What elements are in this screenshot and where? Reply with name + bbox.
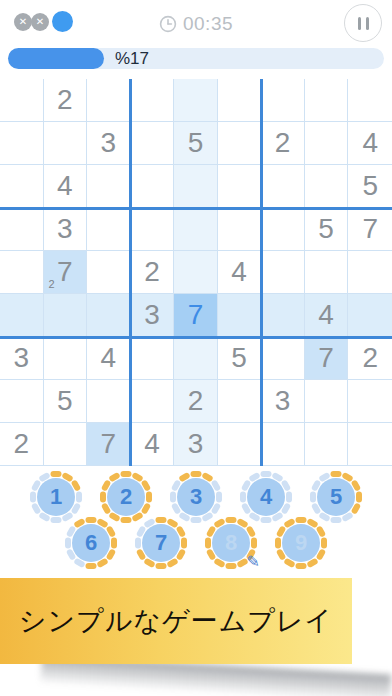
ring-segment [135,538,141,549]
sudoku-cell-r3c6[interactable] [218,165,262,208]
sudoku-cell-r6c2[interactable] [44,294,88,337]
progress-label: %17 [115,49,149,69]
cell-digit: 5 [231,342,247,374]
progress-bar: %17 [8,48,384,69]
number-button-circle: 4 [247,478,285,516]
sudoku-cell-r5c6[interactable]: 4 [218,251,262,294]
sudoku-cell-r6c4[interactable]: 3 [131,294,175,337]
sudoku-cell-r3c8[interactable] [305,165,349,208]
number-button-circle: 6 [72,524,110,562]
ring-segment [275,538,281,549]
sudoku-cell-r9c4[interactable]: 4 [131,423,175,466]
ring-segment [65,538,71,549]
sudoku-cell-r1c8[interactable] [305,79,349,122]
sudoku-cell-r7c3[interactable]: 4 [87,337,131,380]
ring-segment [226,517,237,523]
sudoku-cell-r9c2[interactable] [44,423,88,466]
number-button-label: 8 [225,530,237,556]
sudoku-grid: 23524453577224374345725232743 [0,79,392,466]
sudoku-cell-r8c6[interactable] [218,380,262,423]
number-button-3[interactable]: 3 [170,471,222,523]
sudoku-cell-r1c7[interactable] [261,79,305,122]
cell-digit: 3 [275,385,291,417]
number-button-label: 2 [120,484,132,510]
sudoku-cell-r8c2[interactable]: 5 [44,380,88,423]
pencil-mark: 2 [49,278,55,290]
ring-segment [30,492,36,503]
ring-segment [261,517,272,523]
cell-digit: 2 [144,256,160,288]
number-button-8[interactable]: 8✎ [205,517,257,569]
sudoku-cell-r4c9[interactable]: 7 [348,208,392,251]
timer-group: 00:35 [0,13,392,35]
ring-segment [191,517,202,523]
number-pad-row-2: 678✎9 [0,517,392,569]
number-button-circle: 9 [282,524,320,562]
sudoku-cell-r2c4[interactable] [131,122,175,165]
sudoku-cell-r6c8[interactable]: 4 [305,294,349,337]
sudoku-cell-r6c9[interactable] [348,294,392,337]
number-button-9[interactable]: 9 [275,517,327,569]
box-separator-vertical [260,79,263,466]
ring-segment [121,471,132,477]
cell-digit: 2 [188,385,204,417]
sudoku-cell-r9c8[interactable] [305,423,349,466]
sudoku-cell-r7c9[interactable]: 2 [348,337,392,380]
ring-segment [251,538,257,549]
cell-digit: 3 [13,342,29,374]
cell-digit: 4 [144,428,160,460]
ring-segment [170,492,176,503]
ring-segment [226,563,237,569]
ring-segment [356,492,362,503]
ring-segment [296,563,307,569]
sudoku-cell-r8c3[interactable] [87,380,131,423]
number-button-4[interactable]: 4 [240,471,292,523]
top-bar: ✕ ✕ 00:35 [0,0,392,44]
number-button-label: 6 [85,530,97,556]
sudoku-cell-r9c7[interactable] [261,423,305,466]
sudoku-cell-r5c5[interactable] [174,251,218,294]
sudoku-cell-r9c1[interactable]: 2 [0,423,44,466]
sudoku-cell-r4c3[interactable] [87,208,131,251]
sudoku-cell-r5c7[interactable] [261,251,305,294]
cell-digit: 2 [13,428,29,460]
sudoku-cell-r6c1[interactable] [0,294,44,337]
cell-digit: 5 [362,170,378,202]
sudoku-cell-r5c9[interactable] [348,251,392,294]
sudoku-cell-r4c8[interactable]: 5 [305,208,349,251]
ring-segment [86,563,97,569]
ring-segment [100,492,106,503]
ring-segment [321,538,327,549]
ring-segment [310,492,316,503]
cell-digit: 2 [362,342,378,374]
ring-segment [191,471,202,477]
pause-button[interactable] [344,4,382,42]
cell-digit: 7 [188,299,204,331]
sudoku-cell-r8c4[interactable] [131,380,175,423]
sudoku-cell-r7c4[interactable] [131,337,175,380]
box-separator-vertical [129,79,132,466]
number-button-1[interactable]: 1 [30,471,82,523]
number-button-circle: 1 [37,478,75,516]
sudoku-cell-r2c5[interactable]: 5 [174,122,218,165]
cell-digit: 5 [188,127,204,159]
pause-icon [366,17,369,30]
ring-segment [261,471,272,477]
sudoku-cell-r1c4[interactable] [131,79,175,122]
sudoku-cell-r5c4[interactable]: 2 [131,251,175,294]
number-button-circle: 8 [212,524,250,562]
sudoku-cell-r3c7[interactable] [261,165,305,208]
sudoku-cell-r4c6[interactable] [218,208,262,251]
cell-digit: 3 [57,213,73,245]
sudoku-cell-r4c1[interactable] [0,208,44,251]
number-button-circle: 5 [317,478,355,516]
number-button-circle: 7 [142,524,180,562]
ring-segment [146,492,152,503]
sudoku-cell-r2c7[interactable]: 2 [261,122,305,165]
cell-digit: 4 [231,256,247,288]
sudoku-cell-r6c3[interactable] [87,294,131,337]
sudoku-cell-r3c4[interactable] [131,165,175,208]
sudoku-cell-r3c5[interactable] [174,165,218,208]
sudoku-cell-r2c8[interactable] [305,122,349,165]
sudoku-cell-r6c6[interactable] [218,294,262,337]
sudoku-cell-r8c9[interactable] [348,380,392,423]
sudoku-cell-r1c6[interactable] [218,79,262,122]
sudoku-cell-r7c2[interactable] [44,337,88,380]
sudoku-cell-r7c6[interactable]: 5 [218,337,262,380]
timer-label: 00:35 [183,13,233,35]
sudoku-cell-r8c5[interactable]: 2 [174,380,218,423]
sudoku-cell-r9c5[interactable]: 3 [174,423,218,466]
ring-segment [216,492,222,503]
sudoku-cell-r9c3[interactable]: 7 [87,423,131,466]
sudoku-cell-r3c1[interactable] [0,165,44,208]
sudoku-cell-r8c1[interactable] [0,380,44,423]
ring-segment [121,517,132,523]
sudoku-cell-r7c8[interactable]: 7 [305,337,349,380]
sudoku-cell-r8c8[interactable] [305,380,349,423]
sudoku-cell-r7c7[interactable] [261,337,305,380]
clock-icon [159,15,177,33]
ring-segment [156,563,167,569]
cell-digit: 2 [275,127,291,159]
cell-digit: 2 [57,84,73,116]
cell-digit: 3 [188,428,204,460]
cell-digit: 7 [101,428,117,460]
ring-segment [156,517,167,523]
sudoku-cell-r2c3[interactable]: 3 [87,122,131,165]
sudoku-cell-r2c2[interactable] [44,122,88,165]
sudoku-cell-r1c1[interactable] [0,79,44,122]
number-pad: 12345 678✎9 [0,471,392,569]
ring-segment [76,492,82,503]
ring-segment [296,517,307,523]
number-button-6[interactable]: 6 [65,517,117,569]
number-pad-row-1: 12345 [0,471,392,523]
pencil-icon: ✎ [247,552,260,571]
promo-banner: シンプルなゲームプレイ [0,578,352,664]
sudoku-cell-r7c1[interactable]: 3 [0,337,44,380]
number-button-5[interactable]: 5 [310,471,362,523]
number-button-2[interactable]: 2 [100,471,152,523]
ring-segment [181,538,187,549]
cell-digit: 5 [318,213,334,245]
number-button-circle: 3 [177,478,215,516]
sudoku-cell-r1c2[interactable]: 2 [44,79,88,122]
sudoku-cell-r3c3[interactable] [87,165,131,208]
ring-segment [51,471,62,477]
cell-digit: 7 [57,256,73,288]
sudoku-cell-r2c1[interactable] [0,122,44,165]
cell-digit: 4 [101,342,117,374]
ring-segment [331,517,342,523]
sudoku-cell-r5c8[interactable] [305,251,349,294]
sudoku-cell-r2c6[interactable] [218,122,262,165]
progress-fill [8,48,104,69]
cell-digit: 4 [362,127,378,159]
ring-segment [111,538,117,549]
ring-segment [205,538,211,549]
ring-segment [86,517,97,523]
cell-digit: 4 [318,299,334,331]
sudoku-cell-r1c9[interactable] [348,79,392,122]
sudoku-cell-r6c7[interactable] [261,294,305,337]
sudoku-cell-r6c5[interactable]: 7 [174,294,218,337]
cell-digit: 3 [101,127,117,159]
cell-digit: 7 [318,342,334,374]
sudoku-cell-r4c4[interactable] [131,208,175,251]
sudoku-cell-r8c7[interactable]: 3 [261,380,305,423]
cell-digit: 3 [144,299,160,331]
ring-segment [240,492,246,503]
number-button-label: 9 [295,530,307,556]
box-separator-horizontal [0,207,392,210]
sudoku-cell-r4c2[interactable]: 3 [44,208,88,251]
cell-digit: 7 [362,213,378,245]
sudoku-cell-r9c6[interactable] [218,423,262,466]
ring-segment [331,471,342,477]
number-button-label: 5 [330,484,342,510]
box-separator-horizontal [0,336,392,339]
sudoku-cell-r3c9[interactable]: 5 [348,165,392,208]
sudoku-cell-r9c9[interactable] [348,423,392,466]
sudoku-cell-r5c1[interactable] [0,251,44,294]
sudoku-cell-r4c5[interactable] [174,208,218,251]
sudoku-cell-r1c5[interactable] [174,79,218,122]
number-button-label: 3 [190,484,202,510]
number-button-label: 1 [50,484,62,510]
number-button-7[interactable]: 7 [135,517,187,569]
cell-digit: 4 [57,170,73,202]
sudoku-cell-r1c3[interactable] [87,79,131,122]
sudoku-cell-r5c2[interactable]: 72 [44,251,88,294]
sudoku-cell-r2c9[interactable]: 4 [348,122,392,165]
sudoku-cell-r4c7[interactable] [261,208,305,251]
ring-segment [51,517,62,523]
number-button-label: 7 [155,530,167,556]
sudoku-cell-r3c2[interactable]: 4 [44,165,88,208]
number-button-circle: 2 [107,478,145,516]
pause-icon [358,17,361,30]
sudoku-cell-r7c5[interactable] [174,337,218,380]
ring-segment [286,492,292,503]
cell-digit: 5 [57,385,73,417]
promo-banner-text: シンプルなゲームプレイ [19,603,333,639]
sudoku-cell-r5c3[interactable] [87,251,131,294]
number-button-label: 4 [260,484,272,510]
